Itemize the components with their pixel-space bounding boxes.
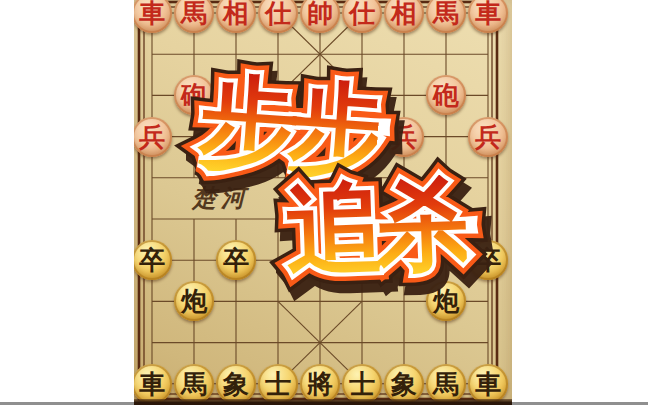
- piece-black-soldier[interactable]: 卒: [468, 240, 508, 280]
- piece-red-soldier[interactable]: 兵: [134, 117, 172, 157]
- piece-black-horse[interactable]: 馬: [426, 364, 466, 404]
- piece-black-general[interactable]: 將: [300, 364, 340, 404]
- piece-black-elephant[interactable]: 象: [216, 364, 256, 404]
- piece-black-advisor[interactable]: 士: [342, 364, 382, 404]
- piece-red-soldier[interactable]: 兵: [468, 117, 508, 157]
- caption-gradient-text: 步步: [195, 70, 382, 182]
- piece-black-soldier[interactable]: 卒: [216, 240, 256, 280]
- piece-black-advisor[interactable]: 士: [258, 364, 298, 404]
- piece-black-horse[interactable]: 馬: [174, 364, 214, 404]
- video-frame: 楚河 漢界 車馬相仕帥仕相馬車砲砲兵兵兵兵兵卒卒卒卒卒炮炮車馬象士將士象馬車 步…: [0, 0, 648, 405]
- caption-gradient-text: 追杀: [284, 174, 467, 280]
- board-bottom-edge: [134, 399, 512, 405]
- piece-black-chariot[interactable]: 車: [134, 364, 172, 404]
- piece-black-elephant[interactable]: 象: [384, 364, 424, 404]
- piece-black-chariot[interactable]: 車: [468, 364, 508, 404]
- piece-red-soldier[interactable]: 兵: [384, 117, 424, 157]
